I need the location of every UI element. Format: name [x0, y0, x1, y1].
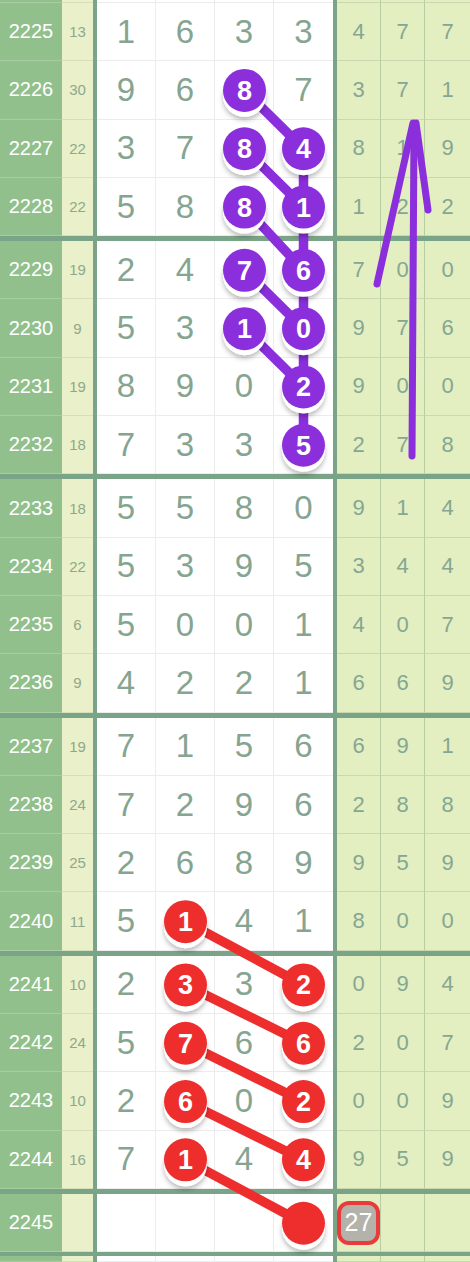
digit-cell: 7 [156, 1014, 215, 1072]
digit-cell: 6 [156, 3, 215, 61]
digit-cell: 7 [156, 120, 215, 178]
chart-row-2227: 2227223784819 [0, 120, 470, 178]
right-stat-cell: 9 [425, 1072, 470, 1130]
sum-cell: 10 [62, 956, 93, 1014]
digit-cell: 0 [274, 299, 333, 357]
right-stat-cell: 1 [425, 718, 470, 776]
right-stat-cell: 7 [337, 241, 381, 299]
sum-cell: 19 [62, 358, 93, 416]
digit-cell: 6 [274, 1014, 333, 1072]
right-stat-cell: 7 [425, 3, 470, 61]
right-stat-cell [381, 1194, 425, 1253]
digit-cell: 8 [215, 178, 274, 236]
digit-cell: 0 [215, 596, 274, 654]
draw-number-cell: 2227 [0, 120, 62, 178]
right-stat-cell: 6 [337, 718, 381, 776]
draw-number-cell: 2226 [0, 61, 62, 119]
chart-row-2234: 2234225395344 [0, 538, 470, 596]
right-stat-cell: 4 [425, 538, 470, 596]
digit-cell: 1 [215, 299, 274, 357]
digit-cell: 8 [215, 120, 274, 178]
right-stat-cell: 6 [381, 654, 425, 712]
sum-cell: 19 [62, 241, 93, 299]
digit-cell [215, 1256, 274, 1262]
right-stat-cell: 6 [425, 299, 470, 357]
digit-cell: 3 [215, 416, 274, 474]
digit-cell: 2 [97, 241, 156, 299]
digit-cell: 2 [156, 776, 215, 834]
digit-cell: 4 [215, 892, 274, 950]
draw-number-cell: 2240 [0, 892, 62, 950]
digit-cell: 3 [156, 299, 215, 357]
sum-cell: 13 [62, 3, 93, 61]
digit-cell: 8 [215, 834, 274, 892]
draw-number-cell: 2242 [0, 1014, 62, 1072]
sum-cell: 22 [62, 538, 93, 596]
sum-cell: 24 [62, 776, 93, 834]
right-stat-cell: 4 [381, 538, 425, 596]
chart-row-2233: 2233185580914 [0, 479, 470, 537]
chart-row-2231: 2231198902900 [0, 358, 470, 416]
draw-number-cell: 2225 [0, 3, 62, 61]
right-stat-cell: 0 [381, 1072, 425, 1130]
digit-cell: 0 [156, 596, 215, 654]
draw-number-cell: 2232 [0, 416, 62, 474]
sum-cell: 24 [62, 1014, 93, 1072]
right-stat-cell: 0 [425, 892, 470, 950]
draw-number-cell [0, 1256, 62, 1262]
digit-cell: 1 [156, 1131, 215, 1189]
digit-cell: 5 [215, 718, 274, 776]
digit-cell: 2 [274, 1072, 333, 1130]
digit-cell: 1 [156, 892, 215, 950]
right-stat-cell [425, 1194, 470, 1253]
chart-row-2229: 2229192476700 [0, 241, 470, 299]
right-stat-cell: 8 [337, 892, 381, 950]
draw-number-cell: 2239 [0, 834, 62, 892]
lottery-trend-chart[interactable]: 2225131633477222630968737122272237848192… [0, 0, 470, 1262]
digit-cell: 1 [97, 3, 156, 61]
digit-cell: 8 [215, 61, 274, 119]
chart-row-2245: 224527 [0, 1194, 470, 1253]
digit-cell: 9 [97, 61, 156, 119]
chart-row-2230: 223095310976 [0, 299, 470, 357]
right-stat-cell: 9 [381, 956, 425, 1014]
draw-number-cell: 2245 [0, 1194, 62, 1253]
sum-cell: 6 [62, 596, 93, 654]
digit-cell: 6 [156, 834, 215, 892]
right-stat-cell: 9 [337, 834, 381, 892]
right-stat-cell: 8 [337, 120, 381, 178]
right-stat-cell: 0 [381, 892, 425, 950]
chart-row-2236: 223694221669 [0, 654, 470, 712]
digit-cell [274, 1256, 333, 1262]
digit-cell [156, 1194, 215, 1253]
chart-row-2242: 2242245766207 [0, 1014, 470, 1072]
digit-cell: 2 [97, 1072, 156, 1130]
right-stat-cell: 2 [337, 776, 381, 834]
sum-cell [62, 1194, 93, 1253]
digit-cell [215, 1194, 274, 1253]
chart-row-2237: 2237197156691 [0, 718, 470, 776]
chart-row-2241: 2241102332094 [0, 956, 470, 1014]
next-draw-badge: 27 [337, 1201, 380, 1245]
chart-row-2225: 2225131633477 [0, 3, 470, 61]
right-stat-cell: 4 [425, 479, 470, 537]
digit-cell: 5 [97, 596, 156, 654]
right-stat-cell: 0 [425, 358, 470, 416]
sum-cell: 30 [62, 61, 93, 119]
digit-cell: 2 [274, 956, 333, 1014]
digit-cell: 1 [274, 178, 333, 236]
digit-cell: 6 [274, 718, 333, 776]
chart-row-2232: 2232187335278 [0, 416, 470, 474]
right-stat-cell: 4 [337, 3, 381, 61]
draw-number-cell: 2234 [0, 538, 62, 596]
sum-cell: 22 [62, 120, 93, 178]
digit-cell: 8 [97, 358, 156, 416]
draw-number-cell: 2237 [0, 718, 62, 776]
right-stat-cell: 2 [425, 178, 470, 236]
digit-cell: 5 [97, 1014, 156, 1072]
right-stat-cell: 2 [337, 1014, 381, 1072]
digit-cell: 4 [156, 241, 215, 299]
right-stat-cell: 8 [381, 776, 425, 834]
draw-number-cell: 2243 [0, 1072, 62, 1130]
chart-row-2244: 2244167144959 [0, 1131, 470, 1189]
digit-cell: 4 [215, 1131, 274, 1189]
digit-cell: 7 [97, 776, 156, 834]
right-stat-cell: 9 [425, 654, 470, 712]
digit-cell: 7 [274, 61, 333, 119]
digit-cell: 7 [97, 416, 156, 474]
right-stat-cell: 1 [425, 61, 470, 119]
chart-rows: 2225131633477222630968737122272237848192… [0, 0, 470, 1262]
right-stat-cell: 0 [381, 596, 425, 654]
right-stat-cell: 27 [337, 1194, 381, 1253]
right-stat-cell: 9 [381, 718, 425, 776]
digit-cell: 9 [215, 538, 274, 596]
digit-cell: 4 [274, 120, 333, 178]
right-stat-cell: 6 [337, 654, 381, 712]
right-stat-cell: 7 [381, 3, 425, 61]
digit-cell: 5 [274, 416, 333, 474]
partial-row [0, 1256, 470, 1262]
digit-cell: 0 [215, 358, 274, 416]
digit-cell: 6 [156, 61, 215, 119]
digit-cell: 1 [274, 654, 333, 712]
digit-cell: 3 [156, 956, 215, 1014]
digit-cell: 2 [97, 956, 156, 1014]
draw-number-cell: 2235 [0, 596, 62, 654]
digit-cell: 7 [97, 718, 156, 776]
digit-cell: 7 [215, 241, 274, 299]
right-stat-cell: 7 [381, 61, 425, 119]
right-stat-cell: 7 [425, 596, 470, 654]
sum-cell: 9 [62, 654, 93, 712]
digit-cell [97, 1194, 156, 1253]
digit-cell: 3 [97, 120, 156, 178]
digit-cell: 8 [156, 178, 215, 236]
digit-cell: 4 [97, 654, 156, 712]
draw-number-cell: 2231 [0, 358, 62, 416]
digit-cell: 9 [215, 776, 274, 834]
sum-cell: 18 [62, 416, 93, 474]
digit-cell: 3 [215, 3, 274, 61]
digit-cell: 4 [274, 1131, 333, 1189]
digit-cell: 5 [156, 479, 215, 537]
digit-cell: 2 [274, 358, 333, 416]
digit-cell: 1 [274, 892, 333, 950]
digit-cell [156, 1256, 215, 1262]
chart-row-2239: 2239252689959 [0, 834, 470, 892]
digit-cell: 5 [274, 538, 333, 596]
digit-cell: 5 [97, 178, 156, 236]
chart-row-2243: 2243102602009 [0, 1072, 470, 1130]
sum-cell: 22 [62, 178, 93, 236]
digit-cell: 5 [97, 299, 156, 357]
right-stat-cell: 7 [381, 416, 425, 474]
right-stat-cell: 3 [337, 61, 381, 119]
sum-cell: 11 [62, 892, 93, 950]
chart-row-2228: 2228225881122 [0, 178, 470, 236]
digit-cell: 5 [97, 538, 156, 596]
digit-cell: 3 [156, 416, 215, 474]
right-stat-cell: 7 [381, 299, 425, 357]
chart-row-2235: 223565001407 [0, 596, 470, 654]
digit-cell: 3 [274, 3, 333, 61]
digit-cell: 0 [215, 1072, 274, 1130]
chart-row-2240: 2240115141800 [0, 892, 470, 950]
right-stat-cell: 9 [337, 358, 381, 416]
right-stat-cell: 9 [337, 299, 381, 357]
digit-cell: 9 [156, 358, 215, 416]
sum-cell [62, 1256, 93, 1262]
sum-cell: 16 [62, 1131, 93, 1189]
right-stat-cell: 3 [337, 538, 381, 596]
right-stat-cell: 8 [425, 416, 470, 474]
digit-cell: 2 [215, 654, 274, 712]
digit-cell: 6 [274, 241, 333, 299]
digit-cell [97, 1256, 156, 1262]
right-stat-cell [337, 1256, 381, 1262]
right-stat-cell: 4 [337, 596, 381, 654]
digit-cell: 6 [156, 1072, 215, 1130]
draw-number-cell: 2228 [0, 178, 62, 236]
right-stat-cell [381, 1256, 425, 1262]
right-stat-cell: 0 [337, 956, 381, 1014]
digit-cell [274, 1194, 333, 1253]
right-stat-cell: 0 [381, 241, 425, 299]
right-stat-cell: 1 [381, 120, 425, 178]
right-stat-cell: 8 [425, 776, 470, 834]
right-stat-cell: 9 [425, 1131, 470, 1189]
digit-cell: 7 [97, 1131, 156, 1189]
draw-number-cell: 2233 [0, 479, 62, 537]
right-stat-cell: 1 [381, 479, 425, 537]
right-stat-cell: 0 [425, 241, 470, 299]
right-stat-cell: 9 [425, 834, 470, 892]
right-stat-cell: 9 [337, 1131, 381, 1189]
sum-cell: 25 [62, 834, 93, 892]
chart-row-2238: 2238247296288 [0, 776, 470, 834]
draw-number-cell: 2230 [0, 299, 62, 357]
chart-row-2226: 2226309687371 [0, 61, 470, 119]
digit-cell: 5 [97, 892, 156, 950]
digit-cell: 8 [215, 479, 274, 537]
digit-cell: 6 [274, 776, 333, 834]
draw-number-cell: 2238 [0, 776, 62, 834]
right-stat-cell: 2 [381, 178, 425, 236]
sum-cell: 10 [62, 1072, 93, 1130]
right-stat-cell: 5 [381, 834, 425, 892]
right-stat-cell: 5 [381, 1131, 425, 1189]
digit-cell: 1 [156, 718, 215, 776]
draw-number-cell: 2229 [0, 241, 62, 299]
right-stat-cell: 7 [425, 1014, 470, 1072]
digit-cell: 9 [274, 834, 333, 892]
digit-cell: 3 [156, 538, 215, 596]
digit-cell: 2 [97, 834, 156, 892]
right-stat-cell: 4 [425, 956, 470, 1014]
draw-number-cell: 2244 [0, 1131, 62, 1189]
digit-cell: 5 [97, 479, 156, 537]
right-stat-cell: 0 [381, 358, 425, 416]
right-stat-cell [425, 1256, 470, 1262]
right-stat-cell: 2 [337, 416, 381, 474]
digit-cell: 6 [215, 1014, 274, 1072]
right-stat-cell: 0 [337, 1072, 381, 1130]
right-stat-cell: 9 [337, 479, 381, 537]
draw-number-cell: 2236 [0, 654, 62, 712]
sum-cell: 9 [62, 299, 93, 357]
digit-cell: 0 [274, 479, 333, 537]
draw-number-cell: 2241 [0, 956, 62, 1014]
right-stat-cell: 1 [337, 178, 381, 236]
digit-cell: 2 [156, 654, 215, 712]
sum-cell: 19 [62, 718, 93, 776]
digit-cell: 3 [215, 956, 274, 1014]
right-stat-cell: 9 [425, 120, 470, 178]
right-stat-cell: 0 [381, 1014, 425, 1072]
digit-cell: 1 [274, 596, 333, 654]
sum-cell: 18 [62, 479, 93, 537]
